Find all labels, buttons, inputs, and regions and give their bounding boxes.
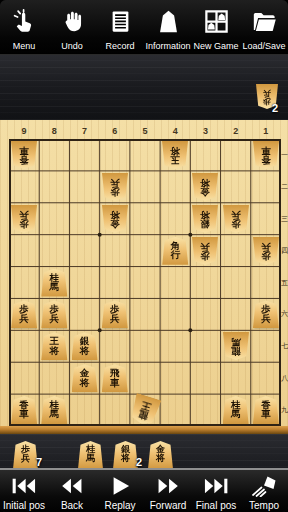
piece-gote-pawn-3d[interactable]: 歩兵 [192,237,218,265]
piece-kanji: 金将 [80,368,90,387]
square-4g[interactable] [160,330,190,362]
toolbar-button-replay[interactable]: Replay [96,470,144,512]
board-grid-icon [203,2,230,41]
piece-kanji: 金将 [156,445,165,463]
piece-gote-king-4a[interactable]: 玉将 [162,141,188,169]
gote-hand-count-pawn: 2 [272,102,278,114]
piece-kanji: 歩兵 [261,242,271,261]
square-5b[interactable] [130,171,160,203]
piece-kanji: 玉将 [170,146,180,165]
square-9d[interactable] [9,235,39,267]
piece-gote-promoted-bishop-2g[interactable]: 龍馬 [223,332,249,360]
sente-hand-count-silver: 2 [136,456,142,468]
square-2e[interactable] [221,267,251,299]
piece-sente-pawn-8f[interactable]: 歩兵 [41,300,67,328]
piece-kanji: 歩兵 [110,178,120,197]
piece-sente-rook-6h[interactable]: 飛車 [102,364,128,392]
piece-gote-silver-3c[interactable]: 銀将 [192,205,218,233]
square-5d[interactable] [130,235,160,267]
square-2f[interactable] [221,298,251,330]
piece-kanji: 桂馬 [231,400,241,419]
rank-label-1: 一 [281,139,288,171]
piece-sente-silver-7g[interactable]: 銀将 [72,332,98,360]
piece-sente-bishop-4d[interactable]: 角行 [162,237,188,265]
piece-sente-gold-7h[interactable]: 金将 [72,364,98,392]
piece-kanji: 龍王 [138,401,153,422]
square-5c[interactable] [130,203,160,235]
piece-kanji: 銀将 [121,445,130,463]
square-8a[interactable] [39,139,69,171]
sente-hand-count-pawn: 7 [36,456,42,468]
square-6g[interactable] [100,330,130,362]
piece-kanji: 香車 [261,400,271,419]
piece-sente-silver[interactable]: 銀将 [113,441,138,469]
toolbar-button-label: Record [105,41,134,51]
square-3h[interactable] [190,362,220,394]
piece-kanji: 龍馬 [231,338,241,357]
toolbar-button-label: Load/Save [242,41,285,51]
piece-sente-gold[interactable]: 金将 [148,441,173,469]
piece-kanji: 歩兵 [263,89,271,105]
square-2a[interactable] [221,139,251,171]
square-4f[interactable] [160,298,190,330]
piece-gote-lance-1a[interactable]: 香車 [253,141,279,169]
square-9e[interactable] [9,267,39,299]
piece-gote-gold-3b[interactable]: 金将 [192,173,218,201]
piece-sente-king-8g[interactable]: 王将 [41,332,67,360]
square-7i[interactable] [69,394,99,426]
square-3f[interactable] [190,298,220,330]
piece-kanji: 歩兵 [261,304,271,323]
square-9b[interactable] [9,171,39,203]
rewind-icon [57,472,87,500]
toolbar-button-information[interactable]: Information [144,0,192,54]
square-5g[interactable] [130,330,160,362]
toolbar-button-label: Initial pos [3,500,45,511]
piece-kanji: 歩兵 [110,304,120,323]
rank-label-8: 八 [281,362,288,394]
square-6d[interactable] [100,235,130,267]
square-1b[interactable] [251,171,281,203]
square-8d[interactable] [39,235,69,267]
piece-kanji: 角行 [170,241,180,260]
piece-kanji: 歩兵 [19,304,29,323]
toolbar-button-label: Tempo [249,500,279,511]
piece-gote-pawn-9c[interactable]: 歩兵 [11,205,37,233]
bottom-toolbar: Initial posBackReplayForwardFinal posTem… [0,468,288,512]
square-1g[interactable] [251,330,281,362]
file-coordinate-strip: 987654321 [9,124,281,139]
piece-sente-pawn-1f[interactable]: 歩兵 [253,300,279,328]
piece-kanji: 金将 [110,210,120,229]
square-8h[interactable] [39,362,69,394]
piece-kanji: 歩兵 [50,304,60,323]
square-1h[interactable] [251,362,281,394]
square-5e[interactable] [130,267,160,299]
file-label-6: 6 [100,124,130,139]
rank-label-5: 五 [281,267,288,299]
square-7a[interactable] [69,139,99,171]
piece-kanji: 桂馬 [50,273,60,292]
file-label-2: 2 [221,124,251,139]
piece-sente-knight[interactable]: 桂馬 [78,441,103,469]
piece-kanji: 王将 [50,336,60,355]
rank-label-3: 三 [281,203,288,235]
square-6i[interactable] [100,394,130,426]
toolbar-button-label: Menu [13,41,36,51]
shogi-piece-icon [155,2,182,41]
square-6e[interactable] [100,267,130,299]
toolbar-button-record[interactable]: Record [96,0,144,54]
piece-sente-lance-9i[interactable]: 香車 [11,396,37,424]
toolbar-button-tempo[interactable]: Tempo [240,470,288,512]
piece-sente-knight-8i[interactable]: 桂馬 [41,396,67,424]
toolbar-button-undo[interactable]: Undo [48,0,96,54]
piece-kanji: 飛車 [110,368,120,387]
piece-gote-lance-9a[interactable]: 香車 [11,141,37,169]
piece-kanji: 金将 [201,178,211,197]
square-1e[interactable] [251,267,281,299]
square-8b[interactable] [39,171,69,203]
rank-label-6: 六 [281,298,288,330]
piece-gote-pawn-1d[interactable]: 歩兵 [253,237,279,265]
toolbar-button-back[interactable]: Back [48,470,96,512]
square-7d[interactable] [69,235,99,267]
square-3a[interactable] [190,139,220,171]
square-9g[interactable] [9,330,39,362]
top-toolbar: MenuUndoRecordInformationNew GameLoad/Sa… [0,0,288,55]
square-2d[interactable] [221,235,251,267]
toolbar-button-label: Back [61,500,83,511]
play-icon [105,472,135,500]
square-5a[interactable] [130,139,160,171]
square-3e[interactable] [190,267,220,299]
toolbar-button-final-pos[interactable]: Final pos [192,470,240,512]
piece-gote-gold-6c[interactable]: 金将 [102,205,128,233]
square-7f[interactable] [69,298,99,330]
tap-hand-icon [11,2,38,41]
file-label-3: 3 [190,124,220,139]
square-4b[interactable] [160,171,190,203]
toolbar-button-new-game[interactable]: New Game [192,0,240,54]
toolbar-button-label: Replay [104,500,135,511]
file-label-5: 5 [130,124,160,139]
piece-kanji: 桂馬 [86,445,95,463]
piece-sente-pawn-6f[interactable]: 歩兵 [102,300,128,328]
document-lines-icon [107,2,134,41]
file-label-8: 8 [39,124,69,139]
square-3g[interactable] [190,330,220,362]
toolbar-button-label: Information [145,41,190,51]
file-label-1: 1 [251,124,281,139]
piece-kanji: 歩兵 [201,242,211,261]
piece-kanji: 歩兵 [231,210,241,229]
piece-kanji: 香車 [19,400,29,419]
square-4c[interactable] [160,203,190,235]
piece-gote-pawn-2c[interactable]: 歩兵 [223,205,249,233]
shogi-app-screen: 987654321 一二三四五六七八九 香車玉将香車歩兵金将歩兵金将銀将歩兵角行… [0,0,288,512]
piece-kanji: 香車 [261,146,271,165]
piece-gote-pawn-6b[interactable]: 歩兵 [102,173,128,201]
toolbar-button-initial-pos[interactable]: Initial pos [0,470,48,512]
piece-kanji: 桂馬 [50,400,60,419]
toolbar-button-label: Final pos [196,500,237,511]
toolbar-button-menu[interactable]: Menu [0,0,48,54]
rank-coordinate-strip: 一二三四五六七八九 [281,139,288,426]
folder-icon [251,2,278,41]
square-2b[interactable] [221,171,251,203]
piece-kanji: 香車 [19,146,29,165]
upper-dark-wood-band [0,54,288,124]
fast-forward-icon [153,472,183,500]
palm-hand-icon [59,2,86,41]
square-2h[interactable] [221,362,251,394]
piece-sente-pawn-9f[interactable]: 歩兵 [11,300,37,328]
toolbar-button-label: Undo [61,41,83,51]
square-5f[interactable] [130,298,160,330]
toolbar-button-load-save[interactable]: Load/Save [240,0,288,54]
file-label-9: 9 [9,124,39,139]
comet-icon [249,472,279,500]
square-4e[interactable] [160,267,190,299]
toolbar-button-forward[interactable]: Forward [144,470,192,512]
square-4i[interactable] [160,394,190,426]
square-7e[interactable] [69,267,99,299]
square-8c[interactable] [39,203,69,235]
square-9h[interactable] [9,362,39,394]
rank-label-2: 二 [281,171,288,203]
piece-kanji: 銀将 [201,210,211,229]
piece-kanji: 銀将 [80,336,90,355]
toolbar-button-label: Forward [150,500,187,511]
piece-sente-pawn[interactable]: 歩兵 [13,441,38,469]
skip-end-icon [201,472,231,500]
piece-sente-knight-2i[interactable]: 桂馬 [223,396,249,424]
file-label-7: 7 [69,124,99,139]
piece-sente-lance-1i[interactable]: 香車 [253,396,279,424]
piece-kanji: 歩兵 [21,445,30,463]
piece-kanji: 歩兵 [19,210,29,229]
rank-label-7: 七 [281,330,288,362]
square-3i[interactable] [190,394,220,426]
square-6a[interactable] [100,139,130,171]
file-label-4: 4 [160,124,190,139]
rank-label-4: 四 [281,235,288,267]
toolbar-button-label: New Game [193,41,238,51]
square-5h[interactable] [130,362,160,394]
piece-sente-knight-8e[interactable]: 桂馬 [41,269,67,297]
rank-label-9: 九 [281,394,288,426]
square-7c[interactable] [69,203,99,235]
square-4h[interactable] [160,362,190,394]
skip-start-icon [9,472,39,500]
square-7b[interactable] [69,171,99,203]
square-1c[interactable] [251,203,281,235]
